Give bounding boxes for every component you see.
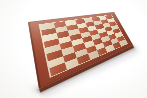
photo-background: [0, 0, 147, 98]
